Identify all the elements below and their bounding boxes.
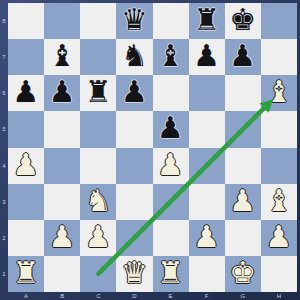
square-d7[interactable]: ♞ [116,39,152,75]
rank-label-6: 6 [0,75,8,111]
square-b5[interactable] [44,111,80,147]
rank-label-4: 4 [0,148,8,184]
black-pawn-e5[interactable]: ♟ [157,113,184,143]
file-labels: ABCDEFGH [8,292,297,300]
square-c5[interactable] [80,111,116,147]
square-d5[interactable] [116,111,152,147]
square-d3[interactable] [116,184,152,220]
square-h8[interactable] [261,3,297,39]
square-g5[interactable] [225,111,261,147]
file-label-f: F [189,292,225,300]
square-f7[interactable]: ♟ [189,39,225,75]
board-grid: ♛♜♚♝♞♝♟♟♟♟♜♟♝♟♟♟♞♟♝♟♟♟♟♜♛♜♚ [8,3,297,292]
white-king-g1[interactable]: ♚ [229,258,256,288]
square-b4[interactable] [44,148,80,184]
square-a1[interactable]: ♜ [8,256,44,292]
square-a7[interactable] [8,39,44,75]
square-b1[interactable] [44,256,80,292]
white-pawn-h2[interactable]: ♟ [265,222,292,252]
file-label-b: B [44,292,80,300]
file-label-g: G [225,292,261,300]
white-pawn-f2[interactable]: ♟ [193,222,220,252]
square-f6[interactable] [189,75,225,111]
square-c2[interactable]: ♟ [80,220,116,256]
file-label-c: C [80,292,116,300]
square-e5[interactable]: ♟ [153,111,189,147]
square-e8[interactable] [153,3,189,39]
square-f5[interactable] [189,111,225,147]
square-d8[interactable]: ♛ [116,3,152,39]
square-a3[interactable] [8,184,44,220]
square-f8[interactable]: ♜ [189,3,225,39]
square-f1[interactable] [189,256,225,292]
white-rook-e1[interactable]: ♜ [157,258,184,288]
file-label-a: A [8,292,44,300]
square-d1[interactable]: ♛ [116,256,152,292]
square-e4[interactable]: ♟ [153,148,189,184]
black-queen-d8[interactable]: ♛ [121,5,148,35]
square-g7[interactable]: ♟ [225,39,261,75]
white-pawn-b2[interactable]: ♟ [49,222,76,252]
white-bishop-h3[interactable]: ♝ [265,186,292,216]
square-g4[interactable] [225,148,261,184]
rank-label-5: 5 [0,111,8,147]
white-queen-d1[interactable]: ♛ [121,258,148,288]
square-f2[interactable]: ♟ [189,220,225,256]
square-h6[interactable]: ♝ [261,75,297,111]
square-d6[interactable]: ♟ [116,75,152,111]
square-g2[interactable] [225,220,261,256]
black-rook-c6[interactable]: ♜ [85,77,112,107]
square-a4[interactable]: ♟ [8,148,44,184]
white-pawn-a4[interactable]: ♟ [13,150,40,180]
square-e2[interactable] [153,220,189,256]
white-pawn-e4[interactable]: ♟ [157,150,184,180]
black-pawn-a6[interactable]: ♟ [13,77,40,107]
black-pawn-f7[interactable]: ♟ [193,41,220,71]
black-pawn-b6[interactable]: ♟ [49,77,76,107]
square-b7[interactable]: ♝ [44,39,80,75]
chess-board: 87654321 ABCDEFGH ♛♜♚♝♞♝♟♟♟♟♜♟♝♟♟♟♞♟♝♟♟♟… [0,0,300,300]
white-pawn-g3[interactable]: ♟ [229,186,256,216]
black-bishop-b7[interactable]: ♝ [49,41,76,71]
square-h3[interactable]: ♝ [261,184,297,220]
black-pawn-d6[interactable]: ♟ [121,77,148,107]
square-b8[interactable] [44,3,80,39]
square-g1[interactable]: ♚ [225,256,261,292]
black-rook-f8[interactable]: ♜ [193,5,220,35]
square-c6[interactable]: ♜ [80,75,116,111]
square-c1[interactable] [80,256,116,292]
square-b3[interactable] [44,184,80,220]
white-rook-a1[interactable]: ♜ [13,258,40,288]
square-g6[interactable] [225,75,261,111]
square-c3[interactable]: ♞ [80,184,116,220]
square-c8[interactable] [80,3,116,39]
square-e7[interactable]: ♝ [153,39,189,75]
rank-label-7: 7 [0,39,8,75]
rank-label-1: 1 [0,256,8,292]
square-b2[interactable]: ♟ [44,220,80,256]
square-h5[interactable] [261,111,297,147]
square-h1[interactable] [261,256,297,292]
square-c7[interactable] [80,39,116,75]
square-f3[interactable] [189,184,225,220]
square-g3[interactable]: ♟ [225,184,261,220]
white-pawn-c2[interactable]: ♟ [85,222,112,252]
square-h7[interactable] [261,39,297,75]
rank-label-8: 8 [0,3,8,39]
square-e6[interactable] [153,75,189,111]
square-e1[interactable]: ♜ [153,256,189,292]
square-h2[interactable]: ♟ [261,220,297,256]
square-d4[interactable] [116,148,152,184]
file-label-e: E [153,292,189,300]
white-knight-c3[interactable]: ♞ [85,186,112,216]
square-a5[interactable] [8,111,44,147]
square-e3[interactable] [153,184,189,220]
square-b6[interactable]: ♟ [44,75,80,111]
rank-labels: 87654321 [0,3,8,292]
file-label-h: H [261,292,297,300]
square-f4[interactable] [189,148,225,184]
rank-label-3: 3 [0,184,8,220]
square-a8[interactable] [8,3,44,39]
square-a6[interactable]: ♟ [8,75,44,111]
rank-label-2: 2 [0,220,8,256]
black-pawn-g7[interactable]: ♟ [229,41,256,71]
square-h4[interactable] [261,148,297,184]
white-bishop-h6[interactable]: ♝ [265,77,292,107]
black-knight-d7[interactable]: ♞ [121,41,148,71]
square-d2[interactable] [116,220,152,256]
square-g8[interactable]: ♚ [225,3,261,39]
square-c4[interactable] [80,148,116,184]
file-label-d: D [116,292,152,300]
square-a2[interactable] [8,220,44,256]
black-king-g8[interactable]: ♚ [229,5,256,35]
black-bishop-e7[interactable]: ♝ [157,41,184,71]
